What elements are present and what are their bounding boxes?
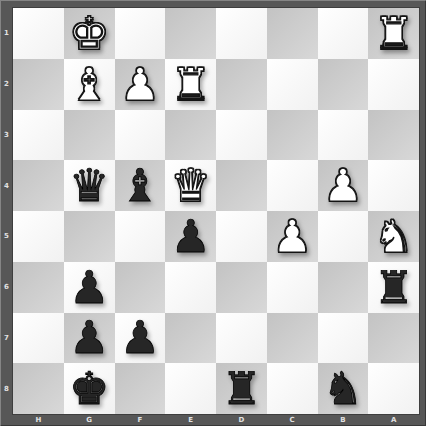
square-e1[interactable] bbox=[165, 8, 216, 59]
file-label-h: H bbox=[13, 414, 64, 426]
square-a5[interactable]: ♞ bbox=[368, 211, 419, 262]
square-h2[interactable] bbox=[13, 59, 64, 110]
square-c6[interactable] bbox=[267, 262, 318, 313]
file-labels: HGFEDCBA bbox=[13, 414, 419, 426]
file-label-b: B bbox=[318, 414, 369, 426]
rank-label-4: 4 bbox=[0, 160, 13, 211]
square-a2[interactable] bbox=[368, 59, 419, 110]
file-label-g: G bbox=[64, 414, 115, 426]
square-g8[interactable]: ♚ bbox=[64, 363, 115, 414]
square-h3[interactable] bbox=[13, 110, 64, 161]
square-f8[interactable] bbox=[115, 363, 166, 414]
square-g3[interactable] bbox=[64, 110, 115, 161]
square-c3[interactable] bbox=[267, 110, 318, 161]
square-f2[interactable]: ♟ bbox=[115, 59, 166, 110]
square-a4[interactable] bbox=[368, 160, 419, 211]
rank-label-8: 8 bbox=[0, 363, 13, 414]
square-d3[interactable] bbox=[216, 110, 267, 161]
black-pawn[interactable]: ♟ bbox=[120, 315, 160, 360]
white-bishop[interactable]: ♝ bbox=[69, 62, 109, 107]
square-e3[interactable] bbox=[165, 110, 216, 161]
square-h1[interactable] bbox=[13, 8, 64, 59]
rank-label-1: 1 bbox=[0, 8, 13, 59]
square-f3[interactable] bbox=[115, 110, 166, 161]
square-f1[interactable] bbox=[115, 8, 166, 59]
black-pawn[interactable]: ♟ bbox=[69, 265, 109, 310]
square-g7[interactable]: ♟ bbox=[64, 313, 115, 364]
square-d5[interactable] bbox=[216, 211, 267, 262]
square-a8[interactable] bbox=[368, 363, 419, 414]
square-b5[interactable] bbox=[318, 211, 369, 262]
square-f6[interactable] bbox=[115, 262, 166, 313]
square-b8[interactable]: ♞ bbox=[318, 363, 369, 414]
square-d1[interactable] bbox=[216, 8, 267, 59]
square-b1[interactable] bbox=[318, 8, 369, 59]
square-e2[interactable]: ♜ bbox=[165, 59, 216, 110]
square-a1[interactable]: ♜ bbox=[368, 8, 419, 59]
file-label-a: A bbox=[368, 414, 419, 426]
black-knight[interactable]: ♞ bbox=[323, 366, 363, 411]
square-f4[interactable]: ♝ bbox=[115, 160, 166, 211]
square-h6[interactable] bbox=[13, 262, 64, 313]
square-e7[interactable] bbox=[165, 313, 216, 364]
black-queen[interactable]: ♛ bbox=[69, 163, 109, 208]
square-f7[interactable]: ♟ bbox=[115, 313, 166, 364]
rank-label-7: 7 bbox=[0, 313, 13, 364]
chess-board: ♚♜♝♟♜♛♝♛♟♟♟♞♟♜♟♟♚♜♞ bbox=[13, 8, 419, 414]
square-e4[interactable]: ♛ bbox=[165, 160, 216, 211]
square-d4[interactable] bbox=[216, 160, 267, 211]
square-d2[interactable] bbox=[216, 59, 267, 110]
square-h5[interactable] bbox=[13, 211, 64, 262]
rank-label-6: 6 bbox=[0, 262, 13, 313]
square-d8[interactable]: ♜ bbox=[216, 363, 267, 414]
rank-label-2: 2 bbox=[0, 59, 13, 110]
file-label-f: F bbox=[115, 414, 166, 426]
black-pawn[interactable]: ♟ bbox=[69, 315, 109, 360]
square-g1[interactable]: ♚ bbox=[64, 8, 115, 59]
square-e5[interactable]: ♟ bbox=[165, 211, 216, 262]
square-b6[interactable] bbox=[318, 262, 369, 313]
white-rook[interactable]: ♜ bbox=[373, 11, 413, 56]
black-rook[interactable]: ♜ bbox=[373, 265, 413, 310]
square-h7[interactable] bbox=[13, 313, 64, 364]
white-pawn[interactable]: ♟ bbox=[323, 163, 363, 208]
white-king[interactable]: ♚ bbox=[69, 11, 109, 56]
square-c8[interactable] bbox=[267, 363, 318, 414]
file-label-c: C bbox=[267, 414, 318, 426]
square-e8[interactable] bbox=[165, 363, 216, 414]
square-c4[interactable] bbox=[267, 160, 318, 211]
square-b7[interactable] bbox=[318, 313, 369, 364]
square-b4[interactable]: ♟ bbox=[318, 160, 369, 211]
square-a3[interactable] bbox=[368, 110, 419, 161]
rank-labels: 12345678 bbox=[0, 8, 13, 414]
rank-label-5: 5 bbox=[0, 211, 13, 262]
white-pawn[interactable]: ♟ bbox=[120, 62, 160, 107]
square-g6[interactable]: ♟ bbox=[64, 262, 115, 313]
black-rook[interactable]: ♜ bbox=[221, 366, 261, 411]
square-a7[interactable] bbox=[368, 313, 419, 364]
square-h8[interactable] bbox=[13, 363, 64, 414]
square-c7[interactable] bbox=[267, 313, 318, 364]
white-queen[interactable]: ♛ bbox=[170, 163, 210, 208]
white-pawn[interactable]: ♟ bbox=[272, 214, 312, 259]
square-c5[interactable]: ♟ bbox=[267, 211, 318, 262]
square-d6[interactable] bbox=[216, 262, 267, 313]
square-c2[interactable] bbox=[267, 59, 318, 110]
file-label-e: E bbox=[165, 414, 216, 426]
square-g4[interactable]: ♛ bbox=[64, 160, 115, 211]
square-f5[interactable] bbox=[115, 211, 166, 262]
rank-label-3: 3 bbox=[0, 110, 13, 161]
square-c1[interactable] bbox=[267, 8, 318, 59]
file-label-d: D bbox=[216, 414, 267, 426]
white-knight[interactable]: ♞ bbox=[373, 214, 413, 259]
white-rook[interactable]: ♜ bbox=[170, 62, 210, 107]
square-d7[interactable] bbox=[216, 313, 267, 364]
square-g5[interactable] bbox=[64, 211, 115, 262]
black-king[interactable]: ♚ bbox=[69, 366, 109, 411]
square-e6[interactable] bbox=[165, 262, 216, 313]
square-h4[interactable] bbox=[13, 160, 64, 211]
square-b2[interactable] bbox=[318, 59, 369, 110]
square-g2[interactable]: ♝ bbox=[64, 59, 115, 110]
board-frame: 12345678 HGFEDCBA ♚♜♝♟♜♛♝♛♟♟♟♞♟♜♟♟♚♜♞ bbox=[0, 0, 426, 426]
square-a6[interactable]: ♜ bbox=[368, 262, 419, 313]
black-pawn[interactable]: ♟ bbox=[170, 214, 210, 259]
square-b3[interactable] bbox=[318, 110, 369, 161]
black-bishop[interactable]: ♝ bbox=[120, 163, 160, 208]
